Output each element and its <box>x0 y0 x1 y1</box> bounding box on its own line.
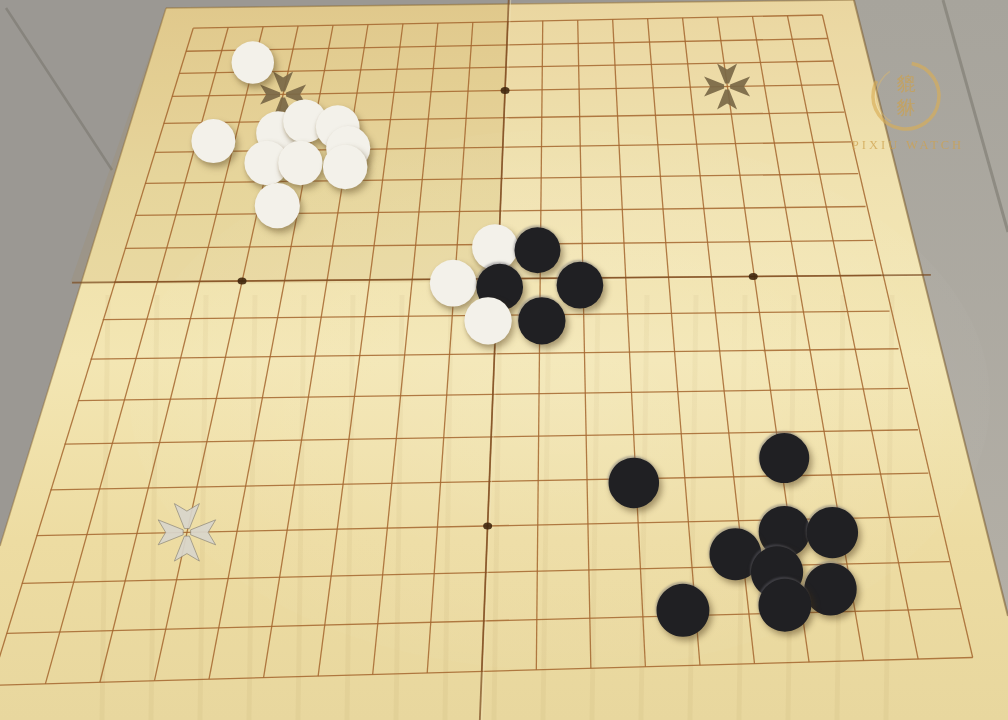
black-stone: ● <box>808 503 857 552</box>
black-stone: ● <box>760 575 810 625</box>
white-stone: ● <box>233 38 273 78</box>
black-stone: ● <box>477 260 521 304</box>
black-stone: ● <box>760 502 809 551</box>
black-stone: ● <box>516 223 560 267</box>
white-stone: ● <box>246 137 288 179</box>
black-stone: ● <box>711 525 760 574</box>
white-stone: ● <box>257 108 299 150</box>
white-stone: ● <box>466 294 511 339</box>
white-stone: ● <box>284 96 325 137</box>
black-stone: ● <box>558 258 602 302</box>
black-stone: ● <box>806 558 856 608</box>
go-board-photo-scene: 貔 貅 PIXIU WATCH ●●●●●●●●●●●●●●●●●●●●●●●●… <box>0 0 1008 720</box>
black-stone: ● <box>658 579 708 629</box>
black-stone: ● <box>610 454 658 502</box>
white-stone: ● <box>431 255 475 299</box>
white-stone: ● <box>324 141 366 183</box>
white-stone: ● <box>317 102 359 144</box>
white-stone: ● <box>256 179 299 222</box>
white-stone: ● <box>327 123 369 165</box>
white-stone: ● <box>279 137 321 179</box>
white-stone: ● <box>473 221 517 265</box>
white-stone: ● <box>192 116 234 158</box>
black-stone: ● <box>752 542 802 592</box>
black-stone: ● <box>760 429 807 476</box>
black-stone: ● <box>519 293 564 338</box>
stones-layer: ●●●●●●●●●●●●●●●●●●●●●●●●●● <box>0 0 1008 720</box>
